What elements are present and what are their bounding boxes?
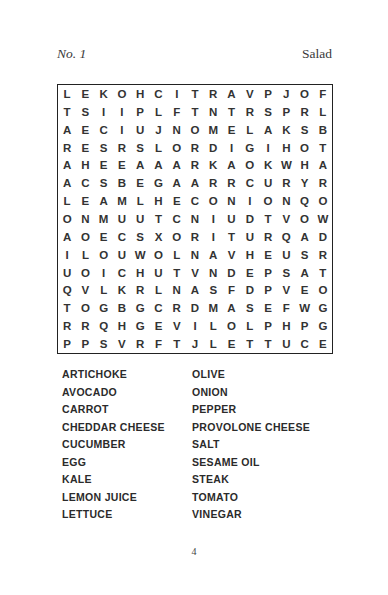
grid-cell: D (186, 299, 204, 317)
grid-cell: G (241, 139, 259, 157)
grid-cell: U (259, 174, 277, 192)
grid-cell: O (314, 282, 332, 300)
grid-cell: O (222, 317, 240, 335)
word-item: LETTUCE (62, 506, 192, 524)
grid-cell: O (168, 139, 186, 157)
grid-cell: O (295, 210, 313, 228)
word-item: EGG (62, 454, 192, 472)
grid-cell: U (222, 210, 240, 228)
grid-cell: Q (277, 228, 295, 246)
grid-cell: K (204, 156, 222, 174)
grid-cell: R (295, 103, 313, 121)
grid-cell: S (95, 174, 113, 192)
grid-cell: J (186, 335, 204, 353)
grid-cell: L (58, 85, 76, 103)
grid-cell: L (204, 317, 222, 335)
grid-cell: R (277, 174, 295, 192)
grid-cell: H (277, 317, 295, 335)
grid-cell: O (259, 192, 277, 210)
grid-cell: P (76, 335, 94, 353)
grid-cell: A (168, 174, 186, 192)
grid-cell: W (131, 246, 149, 264)
grid-cell: D (314, 228, 332, 246)
grid-cell: S (259, 103, 277, 121)
puzzle-number: No. 1 (57, 46, 86, 62)
grid-cell: R (259, 228, 277, 246)
word-item: STEAK (192, 471, 348, 489)
grid-cell: C (295, 335, 313, 353)
grid-cell: W (277, 156, 295, 174)
grid-cell: I (95, 103, 113, 121)
grid-cell: I (95, 264, 113, 282)
grid-cell: I (113, 103, 131, 121)
grid-cell: E (222, 335, 240, 353)
grid-cell: T (222, 228, 240, 246)
grid-cell: G (131, 299, 149, 317)
grid-cell: C (113, 264, 131, 282)
grid-cell: A (149, 156, 167, 174)
word-item: SESAME OIL (192, 454, 348, 472)
grid-cell: V (168, 317, 186, 335)
grid-cell: O (76, 228, 94, 246)
grid-cell: S (76, 103, 94, 121)
grid-cell: R (186, 228, 204, 246)
grid-cell: D (241, 282, 259, 300)
grid-cell: H (149, 192, 167, 210)
grid-cell: O (113, 85, 131, 103)
grid-cell: W (295, 299, 313, 317)
grid-cell: J (277, 85, 295, 103)
grid-cell: L (241, 121, 259, 139)
grid-cell: D (241, 210, 259, 228)
puzzle-page: No. 1 Salad LEKOHCITRAVPJOFTSIIPLFTNTRSP… (0, 0, 388, 595)
grid-cell: O (314, 192, 332, 210)
grid-cell: L (76, 246, 94, 264)
grid-cell: V (113, 335, 131, 353)
grid-cell: G (149, 174, 167, 192)
grid-cell: H (295, 156, 313, 174)
grid-cell: P (259, 282, 277, 300)
grid-cell: F (168, 103, 186, 121)
grid-cell: E (314, 335, 332, 353)
grid-cell: F (314, 85, 332, 103)
puzzle-title: Salad (302, 46, 332, 62)
grid-cell: P (277, 103, 295, 121)
word-item: PROVOLONE CHEESE (192, 419, 348, 437)
grid-cell: D (222, 264, 240, 282)
word-item: KALE (62, 471, 192, 489)
grid-cell: T (186, 103, 204, 121)
grid-cell: H (131, 85, 149, 103)
word-list: ARTICHOKEAVOCADOCARROTCHEDDAR CHEESECUCU… (62, 366, 348, 524)
grid-cell: I (58, 246, 76, 264)
grid-cell: Q (95, 317, 113, 335)
grid-cell: B (314, 121, 332, 139)
grid-cell: I (222, 139, 240, 157)
grid-cell: G (314, 317, 332, 335)
grid-cell: E (295, 282, 313, 300)
grid-cell: C (186, 192, 204, 210)
grid-cell: O (76, 264, 94, 282)
grid-cell: A (295, 264, 313, 282)
grid-cell: L (168, 246, 186, 264)
grid-cell: E (113, 156, 131, 174)
grid-cell: O (76, 299, 94, 317)
grid-cell: T (168, 264, 186, 282)
word-item: PEPPER (192, 401, 348, 419)
grid-cell: I (186, 317, 204, 335)
grid-cell: F (277, 299, 295, 317)
grid-cell: S (131, 228, 149, 246)
grid-cell: C (95, 121, 113, 139)
grid-cell: V (222, 246, 240, 264)
grid-cell: K (259, 156, 277, 174)
grid-cell: X (149, 228, 167, 246)
grid-cell: N (204, 103, 222, 121)
grid-cell: T (314, 139, 332, 157)
grid-cell: V (277, 282, 295, 300)
grid-cell: V (76, 282, 94, 300)
word-item: CHEDDAR CHEESE (62, 419, 192, 437)
grid-cell: L (58, 192, 76, 210)
grid-cell: R (131, 335, 149, 353)
grid-cell: R (168, 299, 186, 317)
grid-cell: O (149, 246, 167, 264)
grid-cell: A (295, 228, 313, 246)
grid-cell: L (241, 317, 259, 335)
grid-cell: A (58, 121, 76, 139)
grid-cell: A (222, 156, 240, 174)
grid-cell: O (204, 192, 222, 210)
grid-cell: P (295, 317, 313, 335)
word-item: CUCUMBER (62, 436, 192, 454)
grid-cell: H (113, 317, 131, 335)
grid-cell: N (168, 121, 186, 139)
grid-cell: U (277, 335, 295, 353)
grid-cell: O (95, 246, 113, 264)
word-list-left: ARTICHOKEAVOCADOCARROTCHEDDAR CHEESECUCU… (62, 366, 192, 524)
grid-cell: S (277, 264, 295, 282)
grid-cell: A (168, 156, 186, 174)
grid-cell: V (241, 85, 259, 103)
grid-cell: U (131, 121, 149, 139)
grid-cell: P (58, 335, 76, 353)
grid-cell: E (95, 156, 113, 174)
grid-cell: I (204, 228, 222, 246)
grid-cell: U (58, 264, 76, 282)
grid-cell: K (95, 85, 113, 103)
word-item: ONION (192, 384, 348, 402)
grid-cell: O (168, 228, 186, 246)
grid-cell: R (131, 282, 149, 300)
word-item: ARTICHOKE (62, 366, 192, 384)
grid-cell: M (204, 299, 222, 317)
grid-cell: A (186, 174, 204, 192)
grid-cell: R (58, 139, 76, 157)
grid-cell: C (149, 299, 167, 317)
grid-cell: G (131, 317, 149, 335)
grid-cell: A (222, 85, 240, 103)
grid-cell: V (186, 264, 204, 282)
grid-cell: L (149, 139, 167, 157)
grid-cell: E (241, 264, 259, 282)
grid-cell: L (314, 103, 332, 121)
grid-cell: U (241, 228, 259, 246)
grid-cell: R (186, 139, 204, 157)
grid-cell: S (95, 335, 113, 353)
grid-cell: A (58, 228, 76, 246)
grid-cell: N (277, 192, 295, 210)
grid-cell: E (222, 121, 240, 139)
grid-cell: P (131, 103, 149, 121)
grid-cell: T (241, 335, 259, 353)
grid-cell: N (186, 246, 204, 264)
grid-cell: I (241, 192, 259, 210)
grid-cell: O (295, 139, 313, 157)
grid-cell: C (168, 210, 186, 228)
grid-cell: T (58, 299, 76, 317)
grid-cell: E (76, 139, 94, 157)
grid-cell: D (204, 139, 222, 157)
grid-cell: T (58, 103, 76, 121)
grid-cell: E (76, 121, 94, 139)
grid-cell: A (222, 299, 240, 317)
grid-cell: A (204, 246, 222, 264)
grid-cell: N (76, 210, 94, 228)
word-search-grid: LEKOHCITRAVPJOFTSIIPLFTNTRSPRLAECIUJNOME… (57, 84, 333, 354)
grid-cell: T (259, 335, 277, 353)
grid-cell: O (186, 121, 204, 139)
grid-cell: G (314, 299, 332, 317)
word-item: SALT (192, 436, 348, 454)
word-item: OLIVE (192, 366, 348, 384)
grid-cell: S (295, 246, 313, 264)
word-item: CARROT (62, 401, 192, 419)
grid-cell: I (113, 121, 131, 139)
grid-cell: U (113, 210, 131, 228)
grid-cell: C (113, 228, 131, 246)
word-item: TOMATO (192, 489, 348, 507)
grid-cell: T (149, 210, 167, 228)
grid-cell: U (149, 264, 167, 282)
word-item: VINEGAR (192, 506, 348, 524)
grid-cell: W (314, 210, 332, 228)
grid-cell: E (76, 192, 94, 210)
grid-cell: E (168, 192, 186, 210)
grid-cell: A (314, 156, 332, 174)
grid-cell: R (76, 317, 94, 335)
grid-cell: E (95, 228, 113, 246)
grid-cell: A (186, 282, 204, 300)
grid-cell: A (95, 192, 113, 210)
grid-cell: M (204, 121, 222, 139)
grid-cell: P (259, 317, 277, 335)
grid-cell: R (314, 246, 332, 264)
grid-cell: E (76, 85, 94, 103)
grid-cell: L (131, 192, 149, 210)
grid-cell: T (314, 264, 332, 282)
grid-cell: T (222, 103, 240, 121)
grid-cell: H (131, 264, 149, 282)
grid-cell: S (241, 299, 259, 317)
grid-cell: E (131, 174, 149, 192)
grid-cell: J (149, 121, 167, 139)
grid-cell: N (222, 192, 240, 210)
grid-cell: H (241, 246, 259, 264)
grid-cell: C (149, 85, 167, 103)
grid-cell: Y (295, 174, 313, 192)
grid-cell: G (95, 299, 113, 317)
grid-cell: E (149, 317, 167, 335)
page-number: 4 (0, 546, 388, 557)
grid-cell: F (149, 335, 167, 353)
grid-cell: Q (58, 282, 76, 300)
word-list-right: OLIVEONIONPEPPERPROVOLONE CHEESESALTSESA… (192, 366, 348, 524)
grid-cell: T (186, 85, 204, 103)
grid-cell: N (168, 282, 186, 300)
grid-cell: I (168, 85, 186, 103)
grid-cell: I (204, 210, 222, 228)
grid-cell: U (277, 246, 295, 264)
grid-cell: S (295, 121, 313, 139)
grid-cell: P (259, 85, 277, 103)
grid-cell: F (222, 282, 240, 300)
grid-cell: T (259, 210, 277, 228)
grid-cell: N (186, 210, 204, 228)
grid-cell: K (277, 121, 295, 139)
grid-cell: B (113, 299, 131, 317)
grid-cell: R (204, 174, 222, 192)
grid-cell: S (131, 139, 149, 157)
grid-cell: M (95, 210, 113, 228)
grid-cell: L (149, 103, 167, 121)
grid-cell: R (186, 156, 204, 174)
grid-cell: C (241, 174, 259, 192)
grid-cell: L (95, 282, 113, 300)
grid-cell: S (95, 139, 113, 157)
grid-cell: R (58, 317, 76, 335)
grid-cell: E (259, 299, 277, 317)
grid-cell: R (113, 139, 131, 157)
grid-cell: C (76, 174, 94, 192)
grid-cell: R (241, 103, 259, 121)
grid-cell: I (259, 139, 277, 157)
grid-cell: L (204, 335, 222, 353)
grid-cell: N (204, 264, 222, 282)
grid-cell: B (113, 174, 131, 192)
grid-cell: A (259, 121, 277, 139)
grid-cell: P (259, 264, 277, 282)
grid-cell: Q (295, 192, 313, 210)
page-header: No. 1 Salad (57, 46, 332, 62)
grid-cell: K (113, 282, 131, 300)
grid-cell: H (76, 156, 94, 174)
word-item: LEMON JUICE (62, 489, 192, 507)
grid-cell: A (131, 156, 149, 174)
grid-cell: M (113, 192, 131, 210)
grid-cell: E (259, 246, 277, 264)
grid-cell: S (204, 282, 222, 300)
grid-cell: A (58, 174, 76, 192)
grid-cell: H (277, 139, 295, 157)
grid-cell: A (58, 156, 76, 174)
grid-cell: O (241, 156, 259, 174)
grid-cell: U (113, 246, 131, 264)
grid-cell: V (277, 210, 295, 228)
grid-cell: T (168, 335, 186, 353)
grid-cell: R (222, 174, 240, 192)
grid-cell: O (58, 210, 76, 228)
grid-cell: R (314, 174, 332, 192)
grid-cell: R (204, 85, 222, 103)
grid-cell: O (295, 85, 313, 103)
grid-cell: U (131, 210, 149, 228)
word-item: AVOCADO (62, 384, 192, 402)
grid-cell: L (149, 282, 167, 300)
